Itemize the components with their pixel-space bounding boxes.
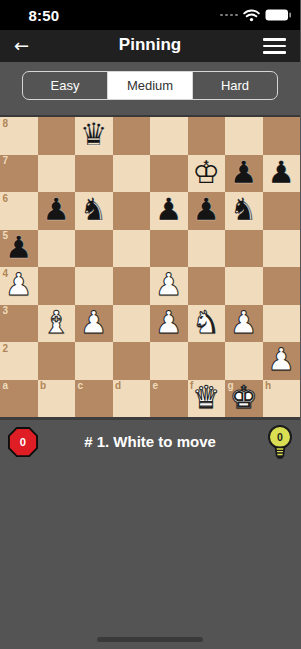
square-g8[interactable]: [225, 117, 263, 155]
square-e4[interactable]: ♟: [150, 267, 188, 305]
square-f1[interactable]: f♛: [188, 380, 226, 418]
square-e6[interactable]: ♟: [150, 192, 188, 230]
square-e2[interactable]: [150, 342, 188, 380]
difficulty-tabs-section: Easy Medium Hard: [0, 71, 300, 115]
square-h7[interactable]: ♟: [263, 155, 301, 193]
white-queen[interactable]: ♛: [192, 382, 220, 413]
square-b1[interactable]: b: [38, 380, 76, 418]
square-e1[interactable]: e: [150, 380, 188, 418]
rank-label: 7: [3, 155, 9, 166]
rank-label: 8: [3, 118, 9, 129]
square-c1[interactable]: c: [75, 380, 113, 418]
puzzle-prompt: # 1. White to move: [0, 420, 300, 464]
square-d6[interactable]: [113, 192, 151, 230]
square-h1[interactable]: h: [263, 380, 301, 418]
difficulty-segmented-control: Easy Medium Hard: [22, 71, 278, 100]
status-bar: 8:50: [0, 0, 300, 30]
nav-bar: ← Pinning: [0, 30, 300, 62]
square-h2[interactable]: ♟: [263, 342, 301, 380]
rank-label: 6: [3, 193, 9, 204]
white-bishop[interactable]: ♝: [42, 307, 70, 338]
hamburger-menu-button[interactable]: [263, 38, 286, 54]
square-e8[interactable]: [150, 117, 188, 155]
square-h4[interactable]: [263, 267, 301, 305]
tab-easy[interactable]: Easy: [23, 72, 107, 99]
square-c8[interactable]: ♛: [75, 117, 113, 155]
square-h6[interactable]: [263, 192, 301, 230]
black-pawn[interactable]: ♟: [5, 232, 33, 263]
file-label: h: [265, 380, 271, 391]
rank-label: 2: [3, 343, 9, 354]
white-pawn[interactable]: ♟: [267, 344, 295, 375]
square-b5[interactable]: [38, 230, 76, 268]
puzzle-info-bar: 0 # 1. White to move 0: [0, 420, 300, 466]
black-pawn[interactable]: ♟: [42, 194, 70, 225]
square-g4[interactable]: [225, 267, 263, 305]
white-king[interactable]: ♚: [230, 382, 258, 413]
cellular-signal-icon: [220, 14, 238, 17]
home-indicator[interactable]: [97, 637, 203, 642]
square-c2[interactable]: [75, 342, 113, 380]
square-d1[interactable]: d: [113, 380, 151, 418]
square-f6[interactable]: ♟: [188, 192, 226, 230]
square-f2[interactable]: [188, 342, 226, 380]
square-c6[interactable]: ♞: [75, 192, 113, 230]
square-g5[interactable]: [225, 230, 263, 268]
square-b6[interactable]: ♟: [38, 192, 76, 230]
square-e7[interactable]: [150, 155, 188, 193]
white-pawn[interactable]: ♟: [5, 269, 33, 300]
hint-bulb-button[interactable]: 0: [266, 424, 294, 462]
square-d4[interactable]: [113, 267, 151, 305]
chess-board[interactable]: 8♛7♔♟♟6♟♞♟♟♞5♟4♟♟3♝♟♟♞♟2♟abcdef♛g♚h: [0, 117, 300, 417]
battery-icon: [265, 9, 291, 21]
square-d8[interactable]: [113, 117, 151, 155]
square-a7[interactable]: 7: [0, 155, 38, 193]
square-d2[interactable]: [113, 342, 151, 380]
mistakes-count: 0: [20, 436, 26, 448]
square-a5[interactable]: 5♟: [0, 230, 38, 268]
square-c5[interactable]: [75, 230, 113, 268]
white-pawn[interactable]: ♟: [230, 307, 258, 338]
square-f5[interactable]: [188, 230, 226, 268]
square-f4[interactable]: [188, 267, 226, 305]
black-knight[interactable]: ♞: [230, 194, 258, 225]
square-h8[interactable]: [263, 117, 301, 155]
square-b3[interactable]: ♝: [38, 305, 76, 343]
file-label: a: [3, 380, 9, 391]
hints-count: 0: [277, 431, 283, 443]
black-king[interactable]: ♔: [192, 157, 220, 188]
square-b7[interactable]: [38, 155, 76, 193]
file-label: d: [115, 380, 121, 391]
page-title: Pinning: [0, 30, 300, 60]
square-a1[interactable]: a: [0, 380, 38, 418]
square-c3[interactable]: ♟: [75, 305, 113, 343]
square-b2[interactable]: [38, 342, 76, 380]
square-a8[interactable]: 8: [0, 117, 38, 155]
back-button[interactable]: ←: [14, 33, 29, 59]
square-a4[interactable]: 4♟: [0, 267, 38, 305]
black-pawn[interactable]: ♟: [192, 194, 220, 225]
status-icons: [220, 0, 291, 30]
square-e5[interactable]: [150, 230, 188, 268]
wifi-icon: [243, 9, 260, 22]
square-g3[interactable]: ♟: [225, 305, 263, 343]
square-a2[interactable]: 2: [0, 342, 38, 380]
square-h3[interactable]: [263, 305, 301, 343]
mistakes-counter-badge: 0: [8, 427, 38, 457]
square-g2[interactable]: [225, 342, 263, 380]
square-f7[interactable]: ♔: [188, 155, 226, 193]
square-a3[interactable]: 3: [0, 305, 38, 343]
square-g6[interactable]: ♞: [225, 192, 263, 230]
square-d7[interactable]: [113, 155, 151, 193]
black-queen[interactable]: ♛: [80, 119, 108, 150]
square-g7[interactable]: ♟: [225, 155, 263, 193]
square-d3[interactable]: [113, 305, 151, 343]
file-label: b: [40, 380, 46, 391]
black-knight[interactable]: ♞: [80, 194, 108, 225]
rank-label: 3: [3, 305, 9, 316]
white-knight[interactable]: ♞: [192, 307, 220, 338]
black-pawn[interactable]: ♟: [267, 157, 295, 188]
black-pawn[interactable]: ♟: [230, 157, 258, 188]
square-f8[interactable]: [188, 117, 226, 155]
square-b4[interactable]: [38, 267, 76, 305]
clock: 8:50: [0, 0, 88, 30]
square-e3[interactable]: ♟: [150, 305, 188, 343]
square-a6[interactable]: 6: [0, 192, 38, 230]
tab-hard[interactable]: Hard: [192, 72, 277, 99]
square-g1[interactable]: g♚: [225, 380, 263, 418]
white-pawn[interactable]: ♟: [155, 307, 183, 338]
white-pawn[interactable]: ♟: [155, 269, 183, 300]
black-pawn[interactable]: ♟: [155, 194, 183, 225]
tab-medium[interactable]: Medium: [107, 72, 192, 99]
square-c4[interactable]: [75, 267, 113, 305]
square-c7[interactable]: [75, 155, 113, 193]
file-label: c: [78, 380, 84, 391]
square-f3[interactable]: ♞: [188, 305, 226, 343]
file-label: e: [153, 380, 159, 391]
square-b8[interactable]: [38, 117, 76, 155]
square-d5[interactable]: [113, 230, 151, 268]
white-pawn[interactable]: ♟: [80, 307, 108, 338]
square-h5[interactable]: [263, 230, 301, 268]
